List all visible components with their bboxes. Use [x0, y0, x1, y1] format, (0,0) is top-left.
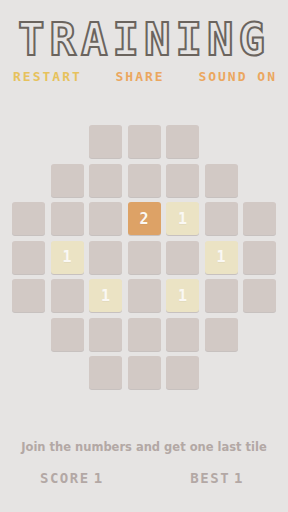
best-value: 1 [234, 470, 244, 486]
empty-cell [205, 202, 238, 235]
empty-cell [166, 164, 199, 197]
void-cell [12, 318, 45, 351]
void-cell [205, 356, 238, 389]
tile-1: 1 [166, 202, 199, 235]
empty-cell [51, 318, 84, 351]
tile-2: 2 [128, 202, 161, 235]
empty-cell [128, 125, 161, 158]
void-cell [51, 356, 84, 389]
void-cell [205, 125, 238, 158]
empty-cell [51, 164, 84, 197]
score-value: 1 [94, 470, 104, 486]
tile-1: 1 [51, 241, 84, 274]
empty-cell [128, 318, 161, 351]
void-cell [243, 125, 276, 158]
empty-cell [89, 241, 122, 274]
score-display: SCORE1 [40, 470, 108, 486]
menu-bar: RESTART SHARE SOUND ON [13, 69, 277, 84]
empty-cell [243, 241, 276, 274]
void-cell [12, 164, 45, 197]
game-title: TRAINING [0, 14, 288, 65]
empty-cell [243, 279, 276, 312]
empty-cell [89, 202, 122, 235]
empty-cell [128, 279, 161, 312]
tile-1: 1 [89, 279, 122, 312]
empty-cell [51, 279, 84, 312]
empty-cell [205, 279, 238, 312]
score-label: SCORE [40, 470, 90, 486]
empty-cell [166, 125, 199, 158]
score-bar: SCORE1 BEST1 [40, 470, 248, 486]
empty-cell [89, 164, 122, 197]
void-cell [12, 125, 45, 158]
empty-cell [243, 202, 276, 235]
void-cell [243, 356, 276, 389]
empty-cell [12, 202, 45, 235]
best-display: BEST1 [190, 470, 248, 486]
sound-toggle-button[interactable]: SOUND ON [198, 69, 277, 84]
tile-1: 1 [166, 279, 199, 312]
empty-cell [166, 241, 199, 274]
empty-cell [12, 279, 45, 312]
empty-cell [89, 356, 122, 389]
empty-cell [51, 202, 84, 235]
game-board[interactable]: 211111 [12, 125, 276, 389]
empty-cell [166, 318, 199, 351]
empty-cell [128, 164, 161, 197]
instruction-text: Join the numbers and get one last tile [0, 440, 288, 454]
empty-cell [166, 356, 199, 389]
empty-cell [128, 356, 161, 389]
void-cell [12, 356, 45, 389]
empty-cell [205, 318, 238, 351]
void-cell [243, 318, 276, 351]
restart-button[interactable]: RESTART [13, 69, 82, 84]
best-label: BEST [190, 470, 230, 486]
empty-cell [89, 125, 122, 158]
empty-cell [128, 241, 161, 274]
tile-1: 1 [205, 241, 238, 274]
empty-cell [205, 164, 238, 197]
void-cell [51, 125, 84, 158]
empty-cell [12, 241, 45, 274]
void-cell [243, 164, 276, 197]
empty-cell [89, 318, 122, 351]
share-button[interactable]: SHARE [116, 69, 165, 84]
